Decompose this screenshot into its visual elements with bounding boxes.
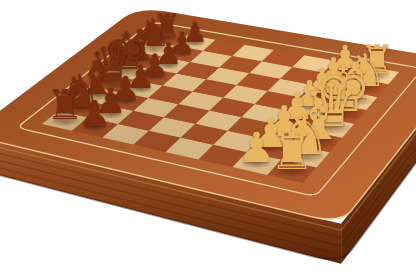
chess-board-box: [0, 0, 416, 275]
chess-set-photo: ♜♞♝♛♚♝♞♜♟♟♟♟♟♟♟♟♟♟♟♟♟♟♟♟♜♞♝♛♚♝♞♜: [0, 0, 416, 275]
